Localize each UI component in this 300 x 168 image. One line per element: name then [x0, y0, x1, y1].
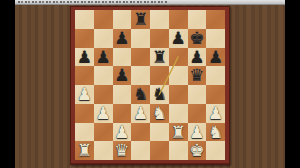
- square-b2[interactable]: [94, 123, 113, 142]
- square-g5[interactable]: ♛: [188, 66, 207, 85]
- square-f3[interactable]: [169, 104, 188, 123]
- white-knight-h2: ♞: [208, 123, 223, 142]
- square-c8[interactable]: [113, 10, 132, 29]
- white-queen-c1: ♛: [114, 141, 129, 160]
- square-c5[interactable]: ♟: [113, 66, 132, 85]
- square-h5[interactable]: [206, 66, 225, 85]
- square-a2[interactable]: [75, 123, 94, 142]
- white-pawn-d3: ♟: [133, 104, 148, 123]
- square-g1[interactable]: ♚: [188, 141, 207, 160]
- square-e6[interactable]: ♜: [150, 48, 169, 67]
- square-c4[interactable]: [113, 85, 132, 104]
- black-rook-e6: ♜: [152, 48, 167, 67]
- white-pawn-c2: ♟: [114, 123, 129, 142]
- white-knight-e3: ♞: [152, 104, 167, 123]
- square-b6[interactable]: ♟: [94, 48, 113, 67]
- square-d2[interactable]: [131, 123, 150, 142]
- square-e3[interactable]: ♞: [150, 104, 169, 123]
- square-g8[interactable]: [188, 10, 207, 29]
- square-e2[interactable]: [150, 123, 169, 142]
- letterbox-left-bar: [0, 0, 15, 168]
- white-pawn-g2: ♟: [189, 123, 204, 142]
- square-f7[interactable]: ♟: [169, 29, 188, 48]
- square-a6[interactable]: ♟: [75, 48, 94, 67]
- square-h6[interactable]: ♟: [206, 48, 225, 67]
- video-frame: ♜♟♟♚♟♟♜♟♟♟♛♟♞♞♟♟♞♟♟♜♟♞♜♛♚: [0, 0, 300, 168]
- square-h4[interactable]: [206, 85, 225, 104]
- square-f8[interactable]: [169, 10, 188, 29]
- white-pawn-b3: ♟: [96, 104, 111, 123]
- square-d6[interactable]: [131, 48, 150, 67]
- black-pawn-f7: ♟: [171, 29, 186, 48]
- square-b3[interactable]: ♟: [94, 104, 113, 123]
- square-h1[interactable]: [206, 141, 225, 160]
- square-b7[interactable]: [94, 29, 113, 48]
- black-pawn-a6: ♟: [77, 48, 92, 67]
- square-g4[interactable]: [188, 85, 207, 104]
- square-f5[interactable]: [169, 66, 188, 85]
- white-rook-f2: ♜: [171, 123, 186, 142]
- black-pawn-c7: ♟: [114, 29, 129, 48]
- square-e4[interactable]: ♞: [150, 85, 169, 104]
- square-d8[interactable]: ♜: [131, 10, 150, 29]
- white-rook-a1: ♜: [77, 141, 92, 160]
- square-a1[interactable]: ♜: [75, 141, 94, 160]
- square-f2[interactable]: ♜: [169, 123, 188, 142]
- white-pawn-a4: ♟: [77, 85, 92, 104]
- black-pawn-h6: ♟: [208, 48, 223, 67]
- square-e5[interactable]: [150, 66, 169, 85]
- square-g3[interactable]: [188, 104, 207, 123]
- square-a4[interactable]: ♟: [75, 85, 94, 104]
- letterbox-right-bar: [285, 0, 300, 168]
- black-pawn-g6: ♟: [189, 48, 204, 67]
- square-f4[interactable]: [169, 85, 188, 104]
- black-knight-e4: ♞: [152, 85, 167, 104]
- square-g2[interactable]: ♟: [188, 123, 207, 142]
- square-d3[interactable]: ♟: [131, 104, 150, 123]
- black-rook-d8: ♜: [133, 10, 148, 29]
- chess-board[interactable]: ♜♟♟♚♟♟♜♟♟♟♛♟♞♞♟♟♞♟♟♜♟♞♜♛♚: [75, 10, 225, 160]
- white-pawn-h3: ♟: [208, 104, 223, 123]
- black-queen-g5: ♛: [189, 66, 204, 85]
- square-h7[interactable]: [206, 29, 225, 48]
- square-g7[interactable]: ♚: [188, 29, 207, 48]
- black-pawn-b6: ♟: [96, 48, 111, 67]
- square-c1[interactable]: ♛: [113, 141, 132, 160]
- square-e8[interactable]: [150, 10, 169, 29]
- black-knight-d4: ♞: [133, 85, 148, 104]
- white-king-g1: ♚: [189, 141, 204, 160]
- square-f6[interactable]: [169, 48, 188, 67]
- square-d7[interactable]: [131, 29, 150, 48]
- square-b8[interactable]: [94, 10, 113, 29]
- square-c7[interactable]: ♟: [113, 29, 132, 48]
- square-b5[interactable]: [94, 66, 113, 85]
- square-f1[interactable]: [169, 141, 188, 160]
- square-e7[interactable]: [150, 29, 169, 48]
- square-a7[interactable]: [75, 29, 94, 48]
- black-king-g7: ♚: [189, 29, 204, 48]
- square-c6[interactable]: [113, 48, 132, 67]
- black-pawn-c5: ♟: [114, 66, 129, 85]
- square-h2[interactable]: ♞: [206, 123, 225, 142]
- square-c3[interactable]: [113, 104, 132, 123]
- square-h8[interactable]: [206, 10, 225, 29]
- square-b1[interactable]: [94, 141, 113, 160]
- square-d1[interactable]: [131, 141, 150, 160]
- square-d5[interactable]: [131, 66, 150, 85]
- square-c2[interactable]: ♟: [113, 123, 132, 142]
- square-d4[interactable]: ♞: [131, 85, 150, 104]
- square-a3[interactable]: [75, 104, 94, 123]
- square-e1[interactable]: [150, 141, 169, 160]
- square-a5[interactable]: [75, 66, 94, 85]
- square-b4[interactable]: [94, 85, 113, 104]
- square-h3[interactable]: ♟: [206, 104, 225, 123]
- square-a8[interactable]: [75, 10, 94, 29]
- square-g6[interactable]: ♟: [188, 48, 207, 67]
- window-titlebar[interactable]: [15, 0, 285, 5]
